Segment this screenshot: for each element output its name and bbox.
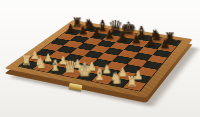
board-scene: ♜♞♝♛♚♝♞♜♟♟♟♟♟♟♟♟♟♟♟♟♟♟♟♟♜♞♝♛♚♝♞♜ <box>33 0 175 117</box>
chess-set-photo: ♜♞♝♛♚♝♞♜♟♟♟♟♟♟♟♟♟♟♟♟♟♟♟♟♜♞♝♛♚♝♞♜ <box>0 0 200 117</box>
square-h1[interactable]: ♜ <box>123 80 145 90</box>
white-rook[interactable]: ♜ <box>114 75 150 88</box>
square-h5[interactable] <box>147 55 167 64</box>
black-pawn[interactable]: ♟ <box>146 38 183 50</box>
square-h7[interactable]: ♟ <box>157 44 176 52</box>
